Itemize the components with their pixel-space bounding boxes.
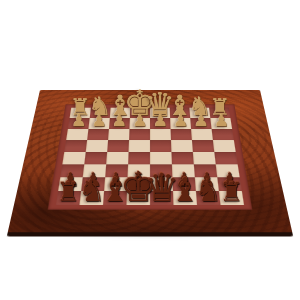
board-square: [189, 108, 210, 118]
board-square: [170, 108, 191, 118]
board-square: [62, 152, 85, 164]
board-square: [127, 177, 150, 191]
board-square: [173, 191, 197, 205]
board-square: [213, 140, 236, 152]
board-square: [126, 191, 150, 205]
board-square: [87, 129, 109, 140]
board-square: [129, 129, 150, 140]
board-square: [90, 108, 111, 118]
board-square: [194, 164, 217, 177]
board-square: [210, 118, 232, 129]
board-square: [150, 152, 172, 164]
board-square: [209, 108, 230, 118]
board-square: [104, 177, 127, 191]
board-square: [129, 140, 150, 152]
board-square: [191, 129, 213, 140]
board-square: [214, 152, 237, 164]
board-square: [171, 152, 193, 164]
board-square: [110, 108, 131, 118]
board-square: [66, 129, 88, 140]
board-square: [70, 108, 91, 118]
board-square: [60, 164, 84, 177]
board-square: [150, 118, 171, 129]
board-square: [190, 118, 211, 129]
board-square: [68, 118, 90, 129]
board-square: [172, 177, 195, 191]
board-square: [212, 129, 234, 140]
board-square: [56, 191, 81, 205]
board-square: [150, 108, 170, 118]
board-square: [172, 164, 195, 177]
board-square: [88, 118, 109, 129]
board-square: [107, 140, 129, 152]
board-square: [58, 177, 83, 191]
board-square: [128, 152, 150, 164]
board-square: [196, 191, 221, 205]
board-square: [219, 191, 244, 205]
board-square: [129, 118, 150, 129]
checker-grid: [56, 108, 244, 205]
board-square: [171, 129, 192, 140]
board-square: [170, 118, 191, 129]
product-photo-scene: ♜♞♝♚♛♝♞♜♟♟♟♟♟♟♟♟♟♟♟♟♟♟♟♟♜♞♝♚♛♝♞♜: [0, 0, 300, 300]
board-square: [193, 152, 216, 164]
board-square: [103, 191, 127, 205]
board-square: [81, 177, 105, 191]
board-square: [150, 129, 171, 140]
board-square: [86, 140, 108, 152]
board-square: [79, 191, 104, 205]
board-square: [105, 164, 128, 177]
board-square: [64, 140, 87, 152]
board-square: [150, 140, 171, 152]
board-square: [83, 164, 106, 177]
board-square: [217, 177, 242, 191]
board-square: [84, 152, 107, 164]
board-square: [130, 108, 150, 118]
board-square: [109, 118, 130, 129]
board-square: [150, 177, 173, 191]
board-square: [195, 177, 219, 191]
board-square: [150, 191, 174, 205]
chessboard: [7, 90, 293, 236]
board-square: [192, 140, 214, 152]
board-square: [106, 152, 128, 164]
board-square: [128, 164, 150, 177]
board-square: [108, 129, 129, 140]
board-square: [216, 164, 240, 177]
board-square: [171, 140, 193, 152]
board-square: [150, 164, 172, 177]
